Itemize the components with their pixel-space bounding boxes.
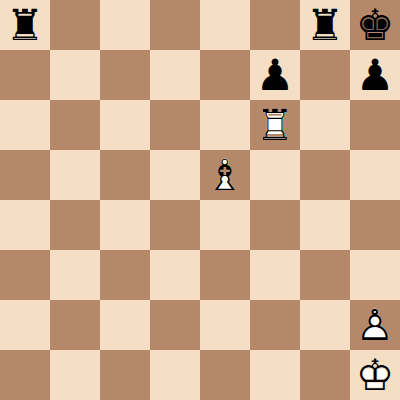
square-e2[interactable]: [200, 300, 250, 350]
square-b6[interactable]: [50, 100, 100, 150]
square-c4[interactable]: [100, 200, 150, 250]
white-rook: ♜: [250, 100, 300, 150]
square-b5[interactable]: [50, 150, 100, 200]
square-b1[interactable]: [50, 350, 100, 400]
square-f5[interactable]: [250, 150, 300, 200]
square-d7[interactable]: [150, 50, 200, 100]
white-pawn: ♟: [350, 300, 400, 350]
square-d1[interactable]: [150, 350, 200, 400]
square-h8[interactable]: ♚: [350, 0, 400, 50]
white-rook-outline: ♖: [250, 100, 300, 150]
square-f1[interactable]: [250, 350, 300, 400]
square-f3[interactable]: [250, 250, 300, 300]
chess-board: ♜♜♚♟♟♜♖♝♗♟♙♚♔: [0, 0, 400, 400]
square-h4[interactable]: [350, 200, 400, 250]
square-d5[interactable]: [150, 150, 200, 200]
black-pawn: ♟: [250, 50, 300, 100]
square-e8[interactable]: [200, 0, 250, 50]
square-f8[interactable]: [250, 0, 300, 50]
square-c6[interactable]: [100, 100, 150, 150]
square-g2[interactable]: [300, 300, 350, 350]
square-d8[interactable]: [150, 0, 200, 50]
square-a6[interactable]: [0, 100, 50, 150]
white-king-outline: ♔: [350, 350, 400, 400]
square-c2[interactable]: [100, 300, 150, 350]
black-rook: ♜: [300, 0, 350, 50]
square-b4[interactable]: [50, 200, 100, 250]
square-d6[interactable]: [150, 100, 200, 150]
square-g8[interactable]: ♜: [300, 0, 350, 50]
square-e6[interactable]: [200, 100, 250, 150]
white-bishop-outline: ♗: [200, 150, 250, 200]
square-a1[interactable]: [0, 350, 50, 400]
square-c3[interactable]: [100, 250, 150, 300]
square-f4[interactable]: [250, 200, 300, 250]
square-h7[interactable]: ♟: [350, 50, 400, 100]
square-a5[interactable]: [0, 150, 50, 200]
square-g5[interactable]: [300, 150, 350, 200]
square-g6[interactable]: [300, 100, 350, 150]
square-b2[interactable]: [50, 300, 100, 350]
square-b7[interactable]: [50, 50, 100, 100]
square-h5[interactable]: [350, 150, 400, 200]
square-g4[interactable]: [300, 200, 350, 250]
square-a2[interactable]: [0, 300, 50, 350]
square-a4[interactable]: [0, 200, 50, 250]
square-b8[interactable]: [50, 0, 100, 50]
square-a3[interactable]: [0, 250, 50, 300]
square-f2[interactable]: [250, 300, 300, 350]
square-f6[interactable]: ♜♖: [250, 100, 300, 150]
black-king: ♚: [350, 0, 400, 50]
square-b3[interactable]: [50, 250, 100, 300]
square-h3[interactable]: [350, 250, 400, 300]
square-h1[interactable]: ♚♔: [350, 350, 400, 400]
square-g7[interactable]: [300, 50, 350, 100]
white-bishop: ♝: [200, 150, 250, 200]
square-c1[interactable]: [100, 350, 150, 400]
square-d2[interactable]: [150, 300, 200, 350]
square-f7[interactable]: ♟: [250, 50, 300, 100]
square-g1[interactable]: [300, 350, 350, 400]
square-e1[interactable]: [200, 350, 250, 400]
square-d4[interactable]: [150, 200, 200, 250]
black-pawn: ♟: [350, 50, 400, 100]
square-e7[interactable]: [200, 50, 250, 100]
white-king: ♚: [350, 350, 400, 400]
square-a7[interactable]: [0, 50, 50, 100]
square-d3[interactable]: [150, 250, 200, 300]
white-pawn-outline: ♙: [350, 300, 400, 350]
square-c5[interactable]: [100, 150, 150, 200]
square-h6[interactable]: [350, 100, 400, 150]
black-rook: ♜: [0, 0, 50, 50]
square-c8[interactable]: [100, 0, 150, 50]
square-e3[interactable]: [200, 250, 250, 300]
square-e5[interactable]: ♝♗: [200, 150, 250, 200]
square-h2[interactable]: ♟♙: [350, 300, 400, 350]
square-e4[interactable]: [200, 200, 250, 250]
square-a8[interactable]: ♜: [0, 0, 50, 50]
square-g3[interactable]: [300, 250, 350, 300]
square-c7[interactable]: [100, 50, 150, 100]
